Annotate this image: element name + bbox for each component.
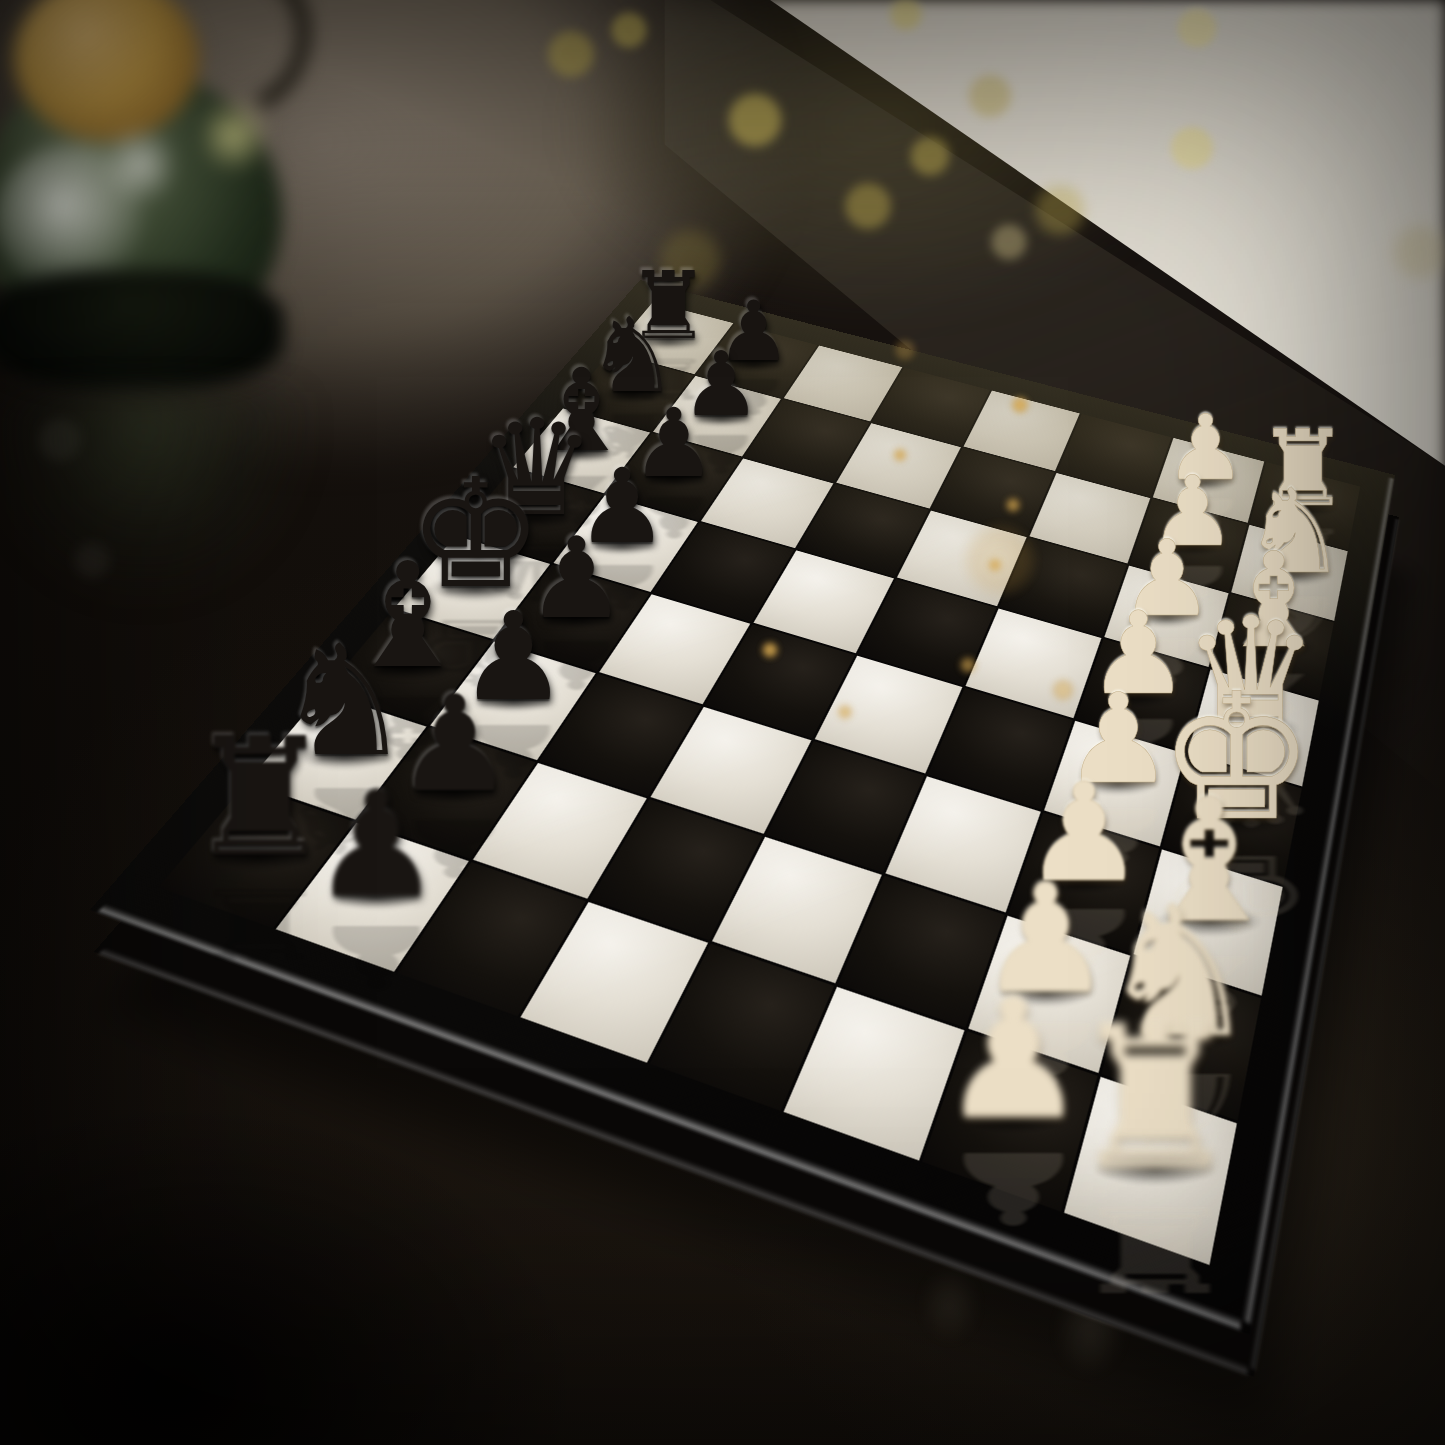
- piece-white-pawn-h2[interactable]: ♟: [939, 977, 1088, 1143]
- decor-reflection: [0, 392, 310, 602]
- decor-object-base: [0, 270, 284, 390]
- decor-object: [0, 0, 334, 400]
- piece-white-rook-h1[interactable]: ♜: [1068, 1002, 1243, 1197]
- piece-black-pawn-h7[interactable]: ♟: [311, 771, 442, 917]
- photo-scene: ♜♜♞♞♝♝♛♛♚♚♝♝♞♞♜♜♟♟♟♟♟♟♟♟♟♟♟♟♟♟♟♟♟♟♟♟♟♟♟♟…: [0, 0, 1445, 1445]
- gold-glint: [204, 90, 264, 180]
- glass-sparkle: [104, 120, 174, 210]
